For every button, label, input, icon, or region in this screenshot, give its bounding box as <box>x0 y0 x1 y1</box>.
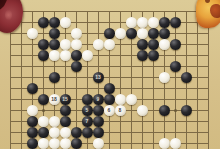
black-stone[interactable] <box>181 72 192 83</box>
black-stone[interactable] <box>38 17 49 28</box>
black-stone[interactable]: 9 <box>93 94 104 105</box>
grid-hline <box>10 77 209 78</box>
white-stone[interactable] <box>148 17 159 28</box>
black-stone[interactable] <box>38 127 49 138</box>
white-stone[interactable] <box>159 39 170 50</box>
black-stone[interactable] <box>170 39 181 50</box>
black-stone[interactable] <box>27 127 38 138</box>
black-stone[interactable] <box>93 127 104 138</box>
black-stone[interactable] <box>38 94 49 105</box>
black-stone[interactable] <box>104 94 115 105</box>
white-stone[interactable] <box>126 94 137 105</box>
move-number: 5 <box>86 108 89 113</box>
white-stone[interactable] <box>115 94 126 105</box>
black-stone[interactable] <box>148 28 159 39</box>
hoshi-point <box>42 109 45 112</box>
white-stone[interactable]: 18 <box>49 94 60 105</box>
white-stone[interactable] <box>93 39 104 50</box>
white-stone[interactable] <box>115 28 126 39</box>
white-stone[interactable] <box>126 17 137 28</box>
white-stone[interactable] <box>159 138 170 149</box>
black-stone[interactable] <box>159 28 170 39</box>
grid-vline <box>197 11 198 149</box>
white-stone[interactable] <box>49 138 60 149</box>
white-stone[interactable] <box>60 17 71 28</box>
white-stone[interactable] <box>82 50 93 61</box>
black-stone[interactable] <box>137 39 148 50</box>
black-stone[interactable] <box>148 39 159 50</box>
black-stone[interactable] <box>38 50 49 61</box>
move-number: 18 <box>51 97 57 102</box>
black-stone[interactable] <box>27 138 38 149</box>
black-stone[interactable] <box>170 17 181 28</box>
white-stone[interactable] <box>93 138 104 149</box>
white-stone[interactable] <box>137 105 148 116</box>
black-stone[interactable]: 13 <box>93 72 104 83</box>
black-stone[interactable]: 5 <box>82 105 93 116</box>
gold-ornament-figurine <box>196 0 220 28</box>
white-stone[interactable] <box>49 50 60 61</box>
move-number: 7 <box>86 119 89 124</box>
black-stone[interactable]: 15 <box>60 94 71 105</box>
grid-hline <box>10 11 209 12</box>
black-stone[interactable] <box>170 61 181 72</box>
move-number: 6 <box>108 108 111 113</box>
white-stone[interactable] <box>60 138 71 149</box>
black-stone[interactable] <box>148 50 159 61</box>
white-stone[interactable] <box>60 50 71 61</box>
white-stone[interactable] <box>27 105 38 116</box>
black-stone[interactable] <box>71 127 82 138</box>
black-stone[interactable] <box>104 83 115 94</box>
white-stone[interactable] <box>27 28 38 39</box>
black-stone[interactable] <box>60 105 71 116</box>
move-number: 9 <box>97 97 100 102</box>
hoshi-point <box>174 109 177 112</box>
black-stone[interactable] <box>49 17 60 28</box>
white-stone[interactable] <box>159 72 170 83</box>
white-stone[interactable] <box>71 39 82 50</box>
black-stone[interactable] <box>27 83 38 94</box>
black-stone[interactable]: 7 <box>82 116 93 127</box>
white-stone[interactable] <box>60 127 71 138</box>
grid-vline <box>175 11 176 149</box>
move-number: 15 <box>62 97 68 102</box>
white-stone[interactable] <box>137 28 148 39</box>
white-stone[interactable] <box>71 28 82 39</box>
black-stone[interactable] <box>93 105 104 116</box>
black-stone[interactable] <box>71 138 82 149</box>
white-stone[interactable] <box>104 39 115 50</box>
white-stone[interactable] <box>38 116 49 127</box>
white-stone[interactable] <box>170 138 181 149</box>
move-number: 13 <box>95 75 101 80</box>
black-stone[interactable] <box>93 116 104 127</box>
white-stone[interactable]: 8 <box>115 105 126 116</box>
grid-vline <box>208 11 209 149</box>
white-stone[interactable] <box>49 116 60 127</box>
black-stone[interactable] <box>71 50 82 61</box>
grid-vline <box>21 11 22 149</box>
black-stone[interactable] <box>71 61 82 72</box>
black-stone[interactable] <box>38 39 49 50</box>
black-stone[interactable] <box>137 50 148 61</box>
black-stone[interactable] <box>82 127 93 138</box>
black-stone[interactable] <box>49 39 60 50</box>
black-stone[interactable] <box>82 94 93 105</box>
ornament-red-detail <box>210 4 220 18</box>
bowl-highlight <box>5 9 12 21</box>
white-stone[interactable] <box>38 138 49 149</box>
white-stone[interactable] <box>60 39 71 50</box>
black-stone[interactable] <box>159 105 170 116</box>
black-stone[interactable] <box>159 17 170 28</box>
white-stone[interactable] <box>49 127 60 138</box>
white-stone[interactable]: 6 <box>104 105 115 116</box>
black-stone[interactable] <box>49 72 60 83</box>
black-stone[interactable] <box>104 28 115 39</box>
black-stone[interactable] <box>27 116 38 127</box>
go-board-screenshot: 13181595687 <box>0 0 220 149</box>
white-stone[interactable] <box>137 17 148 28</box>
black-stone[interactable] <box>60 116 71 127</box>
ornament-dark-spot <box>205 0 210 3</box>
black-stone[interactable] <box>49 28 60 39</box>
move-number: 8 <box>119 108 122 113</box>
black-stone[interactable] <box>181 105 192 116</box>
black-stone[interactable] <box>126 28 137 39</box>
